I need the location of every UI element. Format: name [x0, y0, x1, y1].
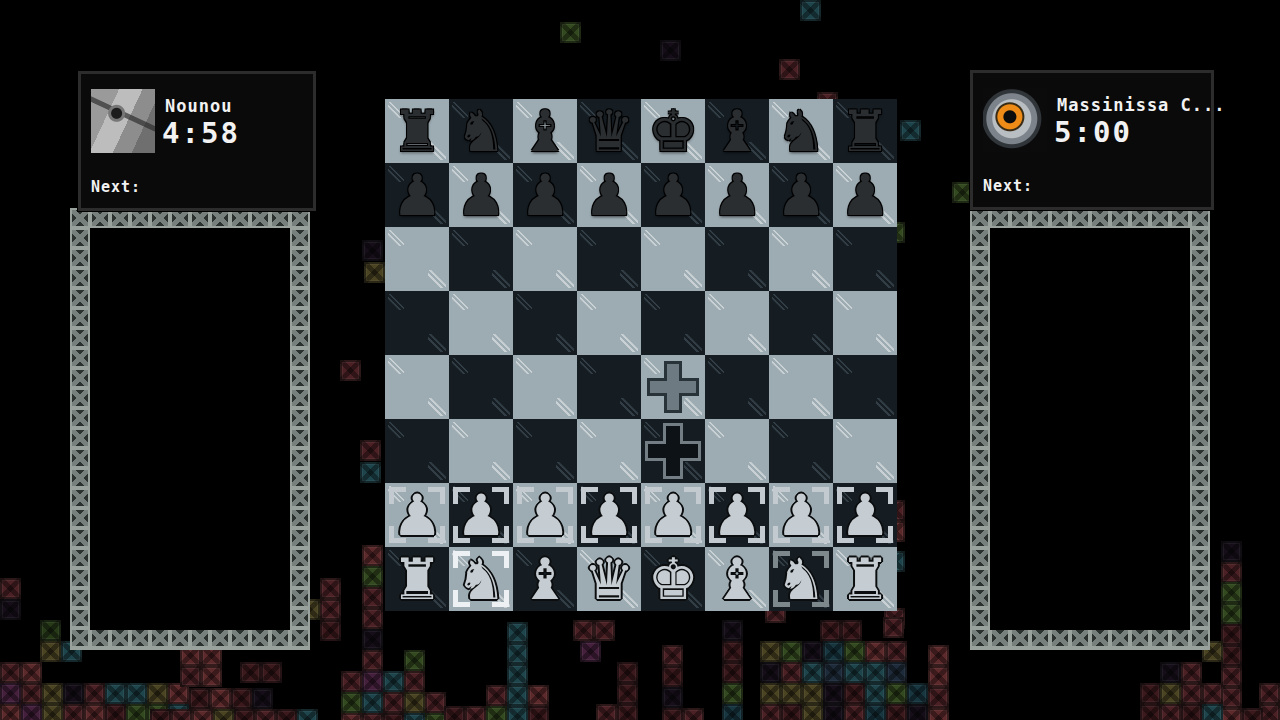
tetris-block: [865, 641, 886, 662]
square-a3[interactable]: [385, 419, 449, 483]
tetris-block: [722, 662, 743, 683]
tetris-block: [362, 608, 383, 629]
white-pawn-piece: ♟: [391, 483, 442, 547]
tetris-block: [886, 641, 907, 662]
tetris-block: [662, 708, 683, 720]
tetris-block: [528, 706, 549, 720]
tetris-block: [1221, 687, 1242, 708]
tetris-block: [171, 709, 192, 720]
square-h4[interactable]: [833, 355, 897, 419]
white-pawn-piece: ♟: [647, 483, 698, 547]
tetris-block: [660, 40, 681, 61]
white-rook-piece: ♜: [391, 547, 442, 611]
tetris-block: [928, 645, 949, 666]
tetris-block: [234, 709, 255, 720]
square-h2[interactable]: ♟: [833, 483, 897, 547]
tetris-block: [507, 664, 528, 685]
tetris-block: [1181, 662, 1202, 683]
tetris-block: [320, 620, 341, 641]
square-d5[interactable]: [577, 291, 641, 355]
black-next-label: Next:: [91, 178, 141, 196]
square-a4[interactable]: [385, 355, 449, 419]
square-e4[interactable]: [641, 355, 705, 419]
black-knight-piece: ♞: [455, 99, 506, 163]
square-h1[interactable]: ♜: [833, 547, 897, 611]
white-king-piece: ♚: [647, 547, 698, 611]
square-b7[interactable]: ♟: [449, 163, 513, 227]
tetris-block: [150, 709, 171, 720]
white-player-clock: 5:00: [1054, 115, 1132, 149]
square-e5[interactable]: [641, 291, 705, 355]
tetris-block: [362, 545, 383, 566]
tetris-block: [42, 704, 63, 720]
square-c8[interactable]: ♝: [513, 99, 577, 163]
tetris-block: [760, 641, 781, 662]
tetris-block: [21, 704, 42, 720]
tetris-block: [0, 599, 21, 620]
black-king-piece: ♚: [647, 99, 698, 163]
tetris-block: [507, 685, 528, 706]
tetris-block: [823, 683, 844, 704]
tetris-block: [404, 671, 425, 692]
black-pawn-piece: ♟: [455, 163, 506, 227]
tetris-block: [865, 704, 886, 720]
square-h3[interactable]: [833, 419, 897, 483]
square-a7[interactable]: ♟: [385, 163, 449, 227]
square-a2[interactable]: ♟: [385, 483, 449, 547]
tetris-block: [823, 662, 844, 683]
tetris-block: [617, 662, 638, 683]
tetris-block: [0, 683, 21, 704]
tetris-block: [781, 662, 802, 683]
white-player-avatar: [983, 88, 1047, 152]
tetris-block: [404, 713, 425, 720]
tetris-block: [573, 620, 594, 641]
tetris-block: [297, 709, 318, 720]
tetris-block: [1202, 683, 1223, 704]
tetris-block: [425, 692, 446, 713]
tetris-block: [364, 262, 385, 283]
white-pawn-piece: ♟: [839, 483, 890, 547]
square-g2[interactable]: ♟: [769, 483, 833, 547]
tetris-block: [928, 708, 949, 720]
tetris-block: [40, 641, 61, 662]
tetris-block: [528, 685, 549, 706]
tetris-block: [507, 706, 528, 720]
square-g1[interactable]: ♞: [769, 547, 833, 611]
black-knight-piece: ♞: [775, 99, 826, 163]
white-knight-piece: ♞: [455, 547, 506, 611]
black-player-avatar: [91, 89, 155, 153]
square-e3[interactable]: [641, 419, 705, 483]
tetris-block: [213, 709, 234, 720]
tetris-block: [360, 440, 381, 461]
tetris-block: [779, 59, 800, 80]
tetris-block: [383, 671, 404, 692]
tetris-block: [886, 683, 907, 704]
tetris-block: [844, 641, 865, 662]
tetris-block: [722, 620, 743, 641]
square-c5[interactable]: [513, 291, 577, 355]
square-c4[interactable]: [513, 355, 577, 419]
square-d2[interactable]: ♟: [577, 483, 641, 547]
square-a1[interactable]: ♜: [385, 547, 449, 611]
square-e8[interactable]: ♚: [641, 99, 705, 163]
black-pawn-piece: ♟: [391, 163, 442, 227]
square-e7[interactable]: ♟: [641, 163, 705, 227]
square-g4[interactable]: [769, 355, 833, 419]
tetris-block: [465, 706, 486, 720]
square-d3[interactable]: [577, 419, 641, 483]
tetris-block: [105, 704, 126, 720]
square-f6[interactable]: [705, 227, 769, 291]
tetris-block: [722, 683, 743, 704]
tetris-block: [486, 706, 507, 720]
tetris-block: [360, 462, 381, 483]
tetris-block: [722, 704, 743, 720]
square-f8[interactable]: ♝: [705, 99, 769, 163]
tetris-block: [84, 683, 105, 704]
player-panel-black: Nounou 4:58 Next:: [78, 71, 316, 211]
black-queen-piece: ♛: [583, 99, 634, 163]
tetris-block: [1140, 683, 1161, 704]
black-pawn-piece: ♟: [583, 163, 634, 227]
tetris-block: [340, 360, 361, 381]
tetris-block: [1221, 541, 1242, 562]
tetris-block: [201, 666, 222, 687]
tetris-block: [240, 662, 261, 683]
tetris-block: [683, 708, 704, 720]
left-next-piece-well: [70, 208, 310, 650]
square-c3[interactable]: [513, 419, 577, 483]
tetris-block: [486, 685, 507, 706]
square-b4[interactable]: [449, 355, 513, 419]
tetris-block: [210, 688, 231, 709]
tetris-block: [1221, 708, 1242, 720]
tetris-block: [126, 704, 147, 720]
square-f7[interactable]: ♟: [705, 163, 769, 227]
tetris-block: [1221, 582, 1242, 603]
tetris-block: [320, 578, 341, 599]
square-h8[interactable]: ♜: [833, 99, 897, 163]
tetris-block: [383, 692, 404, 713]
tetris-block: [560, 22, 581, 43]
square-b3[interactable]: [449, 419, 513, 483]
square-e2[interactable]: ♟: [641, 483, 705, 547]
tetris-block: [1259, 683, 1280, 704]
black-pawn-piece: ♟: [839, 163, 890, 227]
white-queen-piece: ♛: [583, 547, 634, 611]
square-g7[interactable]: ♟: [769, 163, 833, 227]
tetris-block: [886, 662, 907, 683]
tetris-block: [907, 704, 928, 720]
square-f2[interactable]: ♟: [705, 483, 769, 547]
tetris-block: [1181, 683, 1202, 704]
tetris-block: [21, 662, 42, 683]
black-pawn-piece: ♟: [775, 163, 826, 227]
tetris-block: [844, 704, 865, 720]
tetris-block: [1221, 666, 1242, 687]
tetris-block: [362, 671, 383, 692]
tetris-block: [255, 709, 276, 720]
black-player-name: Nounou: [165, 96, 232, 116]
tetris-block: [404, 650, 425, 671]
tetris-block: [844, 662, 865, 683]
tetris-block: [444, 706, 465, 720]
tetris-block: [760, 662, 781, 683]
tetris-block: [722, 641, 743, 662]
tetris-block: [907, 683, 928, 704]
tetris-block: [1181, 704, 1202, 720]
tetris-block: [662, 666, 683, 687]
tetris-block: [63, 683, 84, 704]
tetris-block: [362, 650, 383, 671]
black-pawn-piece: ♟: [519, 163, 570, 227]
black-bishop-piece: ♝: [519, 99, 570, 163]
square-h7[interactable]: ♟: [833, 163, 897, 227]
white-pawn-piece: ♟: [775, 483, 826, 547]
tetris-block: [1221, 624, 1242, 645]
square-e1[interactable]: ♚: [641, 547, 705, 611]
tetris-block: [362, 566, 383, 587]
tetris-block: [261, 662, 282, 683]
tetris-block: [252, 688, 273, 709]
black-rook-piece: ♜: [391, 99, 442, 163]
white-pawn-piece: ♟: [519, 483, 570, 547]
tetris-block: [40, 620, 61, 641]
square-d1[interactable]: ♛: [577, 547, 641, 611]
tetris-block: [802, 683, 823, 704]
tetris-block: [126, 683, 147, 704]
white-bishop-piece: ♝: [519, 547, 570, 611]
tetris-block: [189, 688, 210, 709]
tetris-block: [1160, 683, 1181, 704]
tetris-block: [760, 704, 781, 720]
black-rook-piece: ♜: [839, 99, 890, 163]
tetris-block: [383, 713, 404, 720]
tetris-block: [1242, 708, 1263, 720]
square-g5[interactable]: [769, 291, 833, 355]
tetris-block: [781, 683, 802, 704]
game-stage: ♜♞♝♛♚♝♞♜♟♟♟♟♟♟♟♟♟♟♟♟♟♟♟♟♜♞♝♛♚♝♞♜ Nounou …: [0, 0, 1280, 720]
tetris-block: [928, 666, 949, 687]
tetris-block: [507, 643, 528, 664]
tetris-block: [63, 704, 84, 720]
tetris-block: [320, 599, 341, 620]
square-b5[interactable]: [449, 291, 513, 355]
square-c2[interactable]: ♟: [513, 483, 577, 547]
tetris-block: [865, 683, 886, 704]
tetris-block: [883, 617, 904, 638]
tetris-block: [802, 641, 823, 662]
tetris-block: [1160, 704, 1181, 720]
tetris-block: [865, 662, 886, 683]
tetris-block: [617, 704, 638, 720]
tetris-block: [192, 709, 213, 720]
tetris-block: [1202, 704, 1223, 720]
tetris-block: [596, 704, 617, 720]
square-g6[interactable]: [769, 227, 833, 291]
square-f3[interactable]: [705, 419, 769, 483]
tetris-block: [841, 620, 862, 641]
tetris-block: [0, 704, 21, 720]
square-d6[interactable]: [577, 227, 641, 291]
tetris-block: [425, 713, 446, 720]
square-a5[interactable]: [385, 291, 449, 355]
square-d7[interactable]: ♟: [577, 163, 641, 227]
tetris-block: [617, 683, 638, 704]
tetris-block: [1221, 603, 1242, 624]
square-b8[interactable]: ♞: [449, 99, 513, 163]
tetris-block: [42, 683, 63, 704]
tetris-block: [84, 704, 105, 720]
square-h5[interactable]: [833, 291, 897, 355]
tetris-block: [1221, 562, 1242, 583]
tetris-block: [760, 683, 781, 704]
tetris-block: [0, 662, 21, 683]
tetris-block: [105, 683, 126, 704]
tetris-block: [823, 641, 844, 662]
square-c6[interactable]: [513, 227, 577, 291]
black-pawn-piece: ♟: [647, 163, 698, 227]
tetris-block: [362, 629, 383, 650]
white-rook-piece: ♜: [839, 547, 890, 611]
white-pawn-piece: ♟: [583, 483, 634, 547]
tetris-block: [1221, 645, 1242, 666]
tetris-block: [820, 620, 841, 641]
tetris-block: [800, 0, 821, 21]
black-pawn-piece: ♟: [711, 163, 762, 227]
white-bishop-piece: ♝: [711, 547, 762, 611]
square-d4[interactable]: [577, 355, 641, 419]
tetris-block: [341, 671, 362, 692]
move-hint-cross[interactable]: [641, 419, 705, 483]
white-pawn-piece: ♟: [455, 483, 506, 547]
tetris-block: [404, 692, 425, 713]
tetris-block: [594, 620, 615, 641]
tetris-block: [662, 645, 683, 666]
tetris-block: [147, 683, 168, 704]
tetris-block: [900, 120, 921, 141]
square-d8[interactable]: ♛: [577, 99, 641, 163]
square-f5[interactable]: [705, 291, 769, 355]
tetris-block: [1160, 662, 1181, 683]
left-well-interior: [90, 228, 290, 630]
tetris-block: [231, 688, 252, 709]
square-h6[interactable]: [833, 227, 897, 291]
tetris-block: [341, 713, 362, 720]
square-a8[interactable]: ♜: [385, 99, 449, 163]
tetris-block: [180, 666, 201, 687]
square-e6[interactable]: [641, 227, 705, 291]
player-panel-white: Massinissa C... 5:00 Next:: [970, 70, 1214, 210]
square-g8[interactable]: ♞: [769, 99, 833, 163]
tetris-block: [1140, 704, 1161, 720]
tetris-block: [362, 240, 383, 261]
tetris-block: [362, 692, 383, 713]
white-knight-piece: ♞: [775, 547, 826, 611]
tetris-block: [341, 692, 362, 713]
square-b1[interactable]: ♞: [449, 547, 513, 611]
tetris-block: [507, 622, 528, 643]
square-c1[interactable]: ♝: [513, 547, 577, 611]
black-bishop-piece: ♝: [711, 99, 762, 163]
black-player-clock: 4:58: [162, 116, 240, 150]
square-b2[interactable]: ♟: [449, 483, 513, 547]
tetris-block: [362, 587, 383, 608]
tetris-block: [886, 704, 907, 720]
tetris-block: [276, 709, 297, 720]
tetris-block: [928, 687, 949, 708]
chess-board[interactable]: ♜♞♝♛♚♝♞♜♟♟♟♟♟♟♟♟♟♟♟♟♟♟♟♟♜♞♝♛♚♝♞♜: [385, 99, 897, 611]
square-b6[interactable]: [449, 227, 513, 291]
tetris-block: [662, 687, 683, 708]
tetris-block: [823, 704, 844, 720]
square-f1[interactable]: ♝: [705, 547, 769, 611]
square-f4[interactable]: [705, 355, 769, 419]
move-hint-cross[interactable]: [641, 355, 705, 419]
square-g3[interactable]: [769, 419, 833, 483]
white-next-label: Next:: [983, 177, 1033, 195]
right-next-piece-well: [970, 208, 1210, 650]
tetris-block: [781, 704, 802, 720]
tetris-block: [0, 578, 21, 599]
tetris-block: [802, 662, 823, 683]
tetris-block: [362, 713, 383, 720]
right-well-interior: [990, 228, 1190, 630]
tetris-block: [844, 683, 865, 704]
white-player-name: Massinissa C...: [1057, 95, 1226, 115]
square-c7[interactable]: ♟: [513, 163, 577, 227]
tetris-block: [781, 641, 802, 662]
tetris-block: [802, 704, 823, 720]
tetris-block: [21, 683, 42, 704]
tetris-block: [580, 641, 601, 662]
white-pawn-piece: ♟: [711, 483, 762, 547]
square-a6[interactable]: [385, 227, 449, 291]
